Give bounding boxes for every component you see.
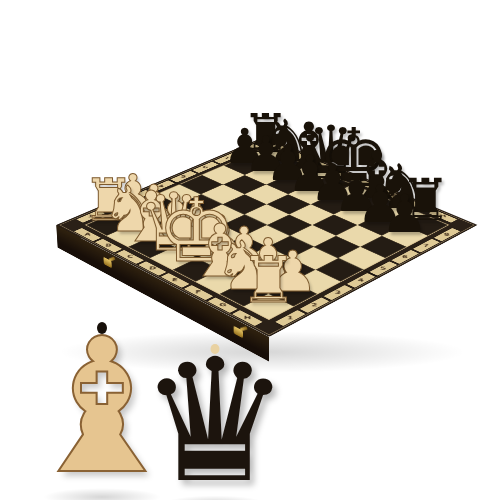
showcase-black-queen: ♛ xyxy=(139,336,291,500)
piece-black-pawn[interactable]: ♟ xyxy=(381,188,428,241)
showcase-black-queen-finial xyxy=(211,344,220,354)
showcase-white-bishop-finial xyxy=(97,322,107,334)
piece-white-rook[interactable]: ♜ xyxy=(240,249,297,312)
product-photo: ABCDEFGH ABCDEFGH 12345678 12345678 ♜♞♝♛… xyxy=(0,0,500,500)
